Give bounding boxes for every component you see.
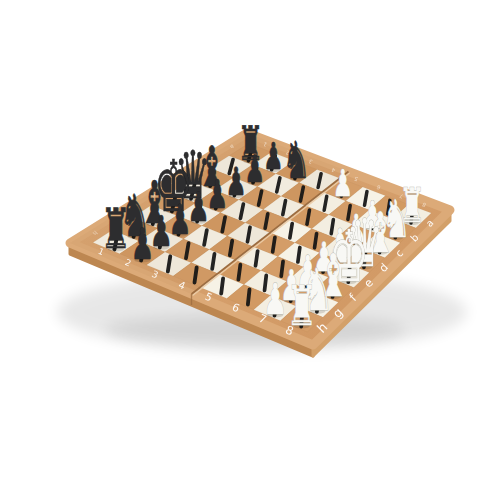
piece-black-knight-a3: ♞ (282, 130, 310, 190)
slot-h4 (195, 267, 197, 282)
slot-h3 (168, 256, 170, 271)
slot-d4 (265, 214, 268, 228)
slot-c5 (307, 210, 309, 224)
piece-black-rook-h1: ♜ (101, 197, 132, 262)
slot-h6 (248, 289, 250, 304)
slot-f5 (256, 251, 258, 266)
piece-white-pawn-h7: ♟ (263, 274, 287, 323)
slot-f3 (204, 230, 207, 245)
piece-white-pawn-a5: ♟ (332, 161, 353, 204)
piece-black-pawn-b2: ♟ (244, 147, 265, 190)
piece-black-pawn-h2: ♟ (131, 220, 155, 269)
slot-b5 (324, 196, 327, 210)
piece-black-pawn-c2: ♟ (225, 159, 247, 205)
slot-d5 (290, 224, 292, 238)
slot-g3 (186, 243, 189, 258)
product-photo-chess-set: 1122334455667788aabbccddeeffgghh♜♟♞♟♝♟♟♛… (0, 0, 500, 500)
slot-g4 (212, 254, 214, 269)
slot-g5 (238, 265, 240, 280)
piece-white-rook-h8: ♜ (286, 273, 317, 338)
slot-f4 (230, 241, 232, 256)
slot-h5 (221, 278, 223, 293)
piece-black-pawn-a2: ♟ (263, 134, 284, 177)
slot-e4 (247, 227, 250, 242)
slot-e5 (273, 237, 275, 252)
chess-board-photo: 1122334455667788aabbccddeeffgghh♜♟♞♟♝♟♟♛… (0, 0, 500, 500)
